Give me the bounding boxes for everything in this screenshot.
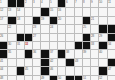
white-cell[interactable] [91,76,98,80]
clue-number: 1 [0,0,1,3]
black-cell [108,59,115,66]
clue-number: 9 [91,0,92,3]
black-cell [0,42,7,49]
white-cell[interactable]: 23 [33,25,40,32]
clue-number: 40 [99,50,102,53]
clue-number: 38 [66,50,69,53]
clue-number: 20 [58,17,61,20]
clue-number: 17 [0,17,3,20]
white-cell[interactable] [83,59,90,66]
white-cell[interactable]: 38 [66,50,73,57]
black-cell [8,17,15,24]
clue-number: 13 [8,8,11,11]
white-cell[interactable] [91,25,98,32]
black-cell [8,0,15,7]
clue-number: 46 [50,67,53,70]
highlighted-clue-number: 32 [25,42,28,45]
black-cell [58,0,65,7]
white-cell[interactable] [99,59,106,66]
white-cell[interactable] [25,25,32,32]
white-cell[interactable]: 26 [0,34,7,41]
white-cell[interactable] [33,42,40,49]
white-cell[interactable]: 16 [58,8,65,15]
white-cell[interactable]: 44 [0,67,7,74]
clue-number: 45 [25,67,28,70]
clue-number: 10 [99,0,102,3]
black-cell [66,59,73,66]
white-cell[interactable]: 39 [83,50,90,57]
white-cell[interactable] [17,76,24,80]
clue-number: 16 [58,8,61,11]
clue-number: 5 [50,0,51,3]
white-cell[interactable]: 20 [58,17,65,24]
clue-number: 21 [91,17,94,20]
clue-number: 39 [83,50,86,53]
white-cell[interactable]: 30 [8,42,15,49]
black-cell [108,25,115,32]
white-cell[interactable] [75,50,82,57]
white-cell[interactable] [75,25,82,32]
white-cell[interactable]: 2 [25,0,32,7]
white-cell[interactable]: 33 [91,42,98,49]
clue-number: 2 [25,0,26,3]
clue-number: 7 [75,0,76,3]
clue-number: 42 [50,59,53,62]
white-cell[interactable]: 51 [83,76,90,80]
black-cell [50,76,57,80]
black-cell [50,17,57,24]
white-cell[interactable] [58,67,65,74]
white-cell[interactable] [66,8,73,15]
white-cell[interactable] [17,50,24,57]
white-cell[interactable] [8,67,15,74]
white-cell[interactable] [41,34,48,41]
white-cell[interactable] [91,59,98,66]
white-cell[interactable]: 37 [50,50,57,57]
white-cell[interactable] [58,42,65,49]
black-cell [17,0,24,7]
white-cell[interactable]: 34 [108,42,115,49]
white-cell[interactable] [58,59,65,66]
clue-number: 31 [17,42,20,45]
white-cell[interactable]: 5 [50,0,57,7]
white-cell[interactable] [91,8,98,15]
white-cell[interactable] [75,17,82,24]
clue-number: 23 [33,25,36,28]
white-cell[interactable] [91,67,98,74]
black-cell [41,8,48,15]
clue-number: 47 [108,67,111,70]
black-cell [108,34,115,41]
white-cell[interactable]: 8 [83,0,90,7]
white-cell[interactable] [25,76,32,80]
white-cell[interactable] [66,17,73,24]
black-cell [99,42,106,49]
clue-number: 4 [41,0,42,3]
white-cell[interactable]: 29 [99,34,106,41]
white-cell[interactable] [66,42,73,49]
black-cell [83,42,90,49]
clue-number: 19 [41,17,44,20]
clue-number: 36 [33,50,36,53]
white-cell[interactable] [33,59,40,66]
clue-number: 50 [58,76,61,79]
white-cell[interactable] [83,67,90,74]
white-cell[interactable] [41,42,48,49]
black-cell [17,34,24,41]
white-cell[interactable]: 50 [58,76,65,80]
white-cell[interactable]: 41 [0,59,7,66]
white-cell[interactable]: 49 [41,76,48,80]
black-cell [83,34,90,41]
clue-number: 34 [108,42,111,45]
white-cell[interactable] [50,34,57,41]
white-cell[interactable] [108,50,115,57]
white-cell[interactable] [8,59,15,66]
white-cell[interactable]: 43 [75,59,82,66]
white-cell[interactable]: 4 [41,0,48,7]
white-cell[interactable]: 48 [0,76,7,80]
black-cell [33,17,40,24]
white-cell[interactable]: 9 [91,0,98,7]
clue-number: 52 [99,76,102,79]
crossword-viewport: 1234567891011121314151617181920212223242… [0,0,115,80]
white-cell[interactable] [83,8,90,15]
white-cell[interactable] [58,25,65,32]
black-cell [99,25,106,32]
clue-number: 8 [83,0,84,3]
white-cell[interactable]: 25 [83,25,90,32]
white-cell[interactable] [17,25,24,32]
white-cell[interactable] [99,8,106,15]
white-cell[interactable]: 47 [108,67,115,74]
crossword-grid: 1234567891011121314151617181920212223242… [0,0,115,80]
clue-number: 24 [50,25,53,28]
white-cell[interactable]: 42 [50,59,57,66]
black-cell [58,50,65,57]
clue-number: 51 [83,76,86,79]
white-cell[interactable] [0,25,7,32]
white-cell[interactable] [25,59,32,66]
white-cell[interactable] [25,17,32,24]
white-cell[interactable]: 24 [50,25,57,32]
white-cell[interactable]: 28 [91,34,98,41]
white-cell[interactable] [17,59,24,66]
white-cell[interactable]: 13 [8,8,15,15]
clue-number: 41 [0,59,3,62]
black-cell [66,76,73,80]
white-cell[interactable] [25,8,32,15]
white-cell[interactable] [41,25,48,32]
white-cell[interactable]: 14 [17,8,24,15]
white-cell[interactable]: 3 [33,0,40,7]
white-cell[interactable]: 31 [17,42,24,49]
white-cell[interactable] [75,34,82,41]
white-cell[interactable] [66,34,73,41]
white-cell[interactable] [108,76,115,80]
clue-number: 29 [99,34,102,37]
white-cell[interactable]: 36 [33,50,40,57]
black-cell [75,42,82,49]
black-cell [83,17,90,24]
white-cell[interactable] [108,8,115,15]
white-cell[interactable] [8,76,15,80]
white-cell[interactable]: 19 [41,17,48,24]
white-cell[interactable] [99,17,106,24]
black-cell [25,34,32,41]
white-cell[interactable] [75,8,82,15]
white-cell[interactable]: 40 [99,50,106,57]
clue-number: 37 [50,50,53,53]
clue-number: 6 [66,0,67,3]
clue-number: 28 [91,34,94,37]
white-cell[interactable]: 32 [25,42,32,49]
black-cell [41,50,48,57]
white-cell[interactable] [108,17,115,24]
white-cell[interactable] [50,42,57,49]
white-cell[interactable] [58,34,65,41]
clue-number: 49 [41,76,44,79]
white-cell[interactable] [66,25,73,32]
white-cell[interactable]: 27 [33,34,40,41]
clue-number: 25 [83,25,86,28]
white-cell[interactable] [33,67,40,74]
black-cell [41,67,48,74]
white-cell[interactable] [75,67,82,74]
white-cell[interactable]: 46 [50,67,57,74]
clue-number: 18 [17,17,20,20]
white-cell[interactable]: 1 [0,0,7,7]
clue-number: 27 [33,34,36,37]
black-cell [99,67,106,74]
clue-number: 12 [0,8,3,11]
black-cell [75,76,82,80]
white-cell[interactable]: 52 [99,76,106,80]
clue-number: 11 [108,0,111,3]
white-cell[interactable]: 21 [91,17,98,24]
white-cell[interactable] [8,34,15,41]
white-cell[interactable] [33,8,40,15]
white-cell[interactable]: 10 [99,0,106,7]
clue-number: 22 [8,25,11,28]
white-cell[interactable]: 17 [0,17,7,24]
white-cell[interactable]: 45 [25,67,32,74]
black-cell [25,50,32,57]
clue-number: 33 [91,42,94,45]
white-cell[interactable]: 11 [108,0,115,7]
clue-number: 26 [0,34,3,37]
white-cell[interactable]: 7 [75,0,82,7]
white-cell[interactable] [66,67,73,74]
clue-number: 48 [0,76,3,79]
clue-number: 35 [8,50,11,53]
white-cell[interactable]: 22 [8,25,15,32]
white-cell[interactable]: 6 [66,0,73,7]
white-cell[interactable]: 12 [0,8,7,15]
white-cell[interactable] [91,50,98,57]
clue-number: 44 [0,67,3,70]
clue-number: 14 [17,8,20,11]
clue-number: 30 [8,42,11,45]
white-cell[interactable]: 18 [17,17,24,24]
clue-number: 15 [50,8,53,11]
clue-number: 43 [75,59,78,62]
clue-number: 3 [33,0,34,3]
black-cell [17,67,24,74]
white-cell[interactable] [33,76,40,80]
white-cell[interactable]: 15 [50,8,57,15]
black-cell [0,50,7,57]
black-cell [41,59,48,66]
white-cell[interactable]: 35 [8,50,15,57]
